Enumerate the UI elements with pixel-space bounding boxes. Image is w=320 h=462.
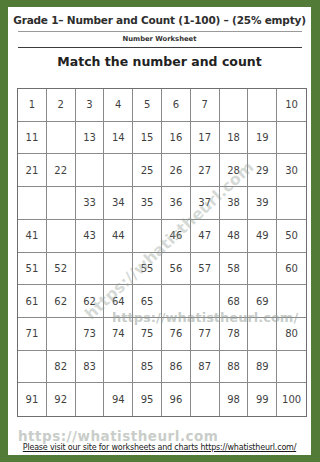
grid-cell: 95 — [133, 383, 162, 416]
grid-cell: 16 — [162, 122, 191, 155]
grid-cell: 4 — [104, 89, 133, 122]
grid-cell-empty[interactable] — [191, 383, 220, 416]
grid-cell-empty[interactable] — [162, 285, 191, 318]
grid-cell: 65 — [133, 285, 162, 318]
hundred-chart-grid: 1234567101113141516171819212225262728293… — [17, 88, 307, 417]
grid-cell: 86 — [162, 351, 191, 384]
grid-cell: 76 — [162, 318, 191, 351]
grid-cell: 68 — [220, 285, 249, 318]
grid-cell-empty[interactable] — [248, 253, 277, 286]
grid-cell: 17 — [191, 122, 220, 155]
grid-cell-empty[interactable] — [277, 122, 306, 155]
grid-cell: 28 — [220, 154, 249, 187]
grid-cell-empty[interactable] — [277, 285, 306, 318]
grid-cell: 62 — [76, 285, 105, 318]
grid-cell: 73 — [76, 318, 105, 351]
grid-cell: 60 — [277, 253, 306, 286]
grid-cell-empty[interactable] — [220, 89, 249, 122]
worksheet-title: Grade 1– Number and Count (1-100) – (25%… — [8, 14, 311, 26]
grid-cell: 47 — [191, 220, 220, 253]
grid-cell: 41 — [18, 220, 47, 253]
grid-cell-empty[interactable] — [248, 318, 277, 351]
grid-cell-empty[interactable] — [76, 253, 105, 286]
grid-cell: 74 — [104, 318, 133, 351]
grid-cell: 38 — [220, 187, 249, 220]
grid-cell: 1 — [18, 89, 47, 122]
grid-cell: 61 — [18, 285, 47, 318]
grid-cell: 22 — [47, 154, 76, 187]
grid-cell-empty[interactable] — [47, 318, 76, 351]
grid-cell-empty[interactable] — [76, 383, 105, 416]
grid-cell: 64 — [104, 285, 133, 318]
grid-cell: 7 — [191, 89, 220, 122]
grid-cell: 39 — [248, 187, 277, 220]
grid-cell: 19 — [248, 122, 277, 155]
grid-cell-empty[interactable] — [248, 89, 277, 122]
grid-cell: 87 — [191, 351, 220, 384]
grid-cell: 35 — [133, 187, 162, 220]
grid-cell: 37 — [191, 187, 220, 220]
grid-cell: 83 — [76, 351, 105, 384]
grid-cell: 57 — [191, 253, 220, 286]
grid-cell: 29 — [248, 154, 277, 187]
grid-cell: 6 — [162, 89, 191, 122]
grid-cell: 62 — [47, 285, 76, 318]
grid-cell: 30 — [277, 154, 306, 187]
grid-cell: 88 — [220, 351, 249, 384]
grid-cell: 80 — [277, 318, 306, 351]
grid-cell: 82 — [47, 351, 76, 384]
grid-cell-empty[interactable] — [277, 187, 306, 220]
grid-cell: 85 — [133, 351, 162, 384]
grid-cell-empty[interactable] — [104, 253, 133, 286]
grid-cell: 96 — [162, 383, 191, 416]
grid-cell: 34 — [104, 187, 133, 220]
grid-cell: 10 — [277, 89, 306, 122]
grid-cell: 99 — [248, 383, 277, 416]
grid-cell: 15 — [133, 122, 162, 155]
grid-cell: 11 — [18, 122, 47, 155]
grid-cell: 71 — [18, 318, 47, 351]
header-divider-top — [18, 31, 302, 32]
header-divider-bottom — [18, 47, 302, 48]
grid-cell: 46 — [162, 220, 191, 253]
grid-cell-empty[interactable] — [47, 220, 76, 253]
grid-cell-empty[interactable] — [47, 187, 76, 220]
grid-cell: 44 — [104, 220, 133, 253]
grid-cell: 51 — [18, 253, 47, 286]
footer-note: Please visit our site for worksheets and… — [8, 443, 311, 452]
grid-cell-empty[interactable] — [76, 154, 105, 187]
grid-cell-empty[interactable] — [104, 351, 133, 384]
grid-cell: 18 — [220, 122, 249, 155]
grid-cell: 26 — [162, 154, 191, 187]
grid-cell: 52 — [47, 253, 76, 286]
grid-cell: 25 — [133, 154, 162, 187]
grid-cell: 91 — [18, 383, 47, 416]
grid-cell: 55 — [133, 253, 162, 286]
grid-cell: 48 — [220, 220, 249, 253]
grid-cell: 94 — [104, 383, 133, 416]
grid-cell-empty[interactable] — [47, 122, 76, 155]
grid-cell-empty[interactable] — [18, 351, 47, 384]
grid-cell: 56 — [162, 253, 191, 286]
grid-cell: 21 — [18, 154, 47, 187]
grid-cell: 89 — [248, 351, 277, 384]
grid-cell: 100 — [277, 383, 306, 416]
grid-cell: 50 — [277, 220, 306, 253]
worksheet-page: Grade 1– Number and Count (1-100) – (25%… — [8, 7, 311, 455]
grid-cell: 78 — [220, 318, 249, 351]
grid-cell-empty[interactable] — [191, 285, 220, 318]
grid-cell-empty[interactable] — [18, 187, 47, 220]
grid-cell: 43 — [76, 220, 105, 253]
grid-cell: 69 — [248, 285, 277, 318]
grid-cell: 77 — [191, 318, 220, 351]
grid-cell: 2 — [47, 89, 76, 122]
grid-cell: 58 — [220, 253, 249, 286]
grid-cell: 92 — [47, 383, 76, 416]
grid-cell: 27 — [191, 154, 220, 187]
grid-cell: 14 — [104, 122, 133, 155]
grid-cell: 75 — [133, 318, 162, 351]
worksheet-subtitle: Number Worksheet — [8, 35, 311, 43]
watermark-bottom: https://whatistheurl.com — [18, 428, 218, 444]
grid-cell: 98 — [220, 383, 249, 416]
grid-cell: 3 — [76, 89, 105, 122]
grid-cell-empty[interactable] — [133, 220, 162, 253]
grid-cell-empty[interactable] — [104, 154, 133, 187]
grid-cell: 33 — [76, 187, 105, 220]
grid-cell: 13 — [76, 122, 105, 155]
instruction-text: Match the number and count — [8, 54, 311, 69]
grid-cell: 49 — [248, 220, 277, 253]
grid-cell-empty[interactable] — [277, 351, 306, 384]
grid-cell: 36 — [162, 187, 191, 220]
grid-cell: 5 — [133, 89, 162, 122]
